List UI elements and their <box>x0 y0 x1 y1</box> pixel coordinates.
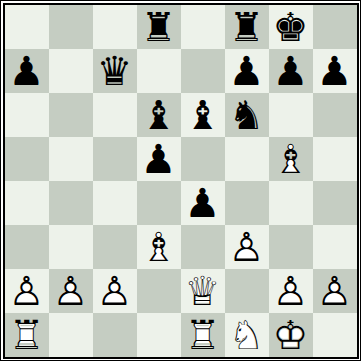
square-f8[interactable]: ♜ <box>225 5 269 49</box>
square-c4[interactable] <box>93 181 137 225</box>
square-c8[interactable] <box>93 5 137 49</box>
square-f5[interactable] <box>225 137 269 181</box>
piece-white-knight-f1[interactable]: ♞♘ <box>225 313 269 357</box>
square-b3[interactable] <box>49 225 93 269</box>
square-h5[interactable] <box>313 137 357 181</box>
piece-black-rook-d8[interactable]: ♜ <box>137 5 181 49</box>
white-pawn-glyph: ♙ <box>269 269 313 313</box>
piece-black-knight-f6[interactable]: ♞ <box>225 93 269 137</box>
white-bishop-glyph: ♗ <box>137 225 181 269</box>
square-c1[interactable] <box>93 313 137 357</box>
piece-white-rook-e1[interactable]: ♜♖ <box>181 313 225 357</box>
square-c5[interactable] <box>93 137 137 181</box>
square-c6[interactable] <box>93 93 137 137</box>
black-bishop-glyph: ♝ <box>137 93 181 137</box>
piece-black-pawn-h7[interactable]: ♟ <box>313 49 357 93</box>
black-bishop-glyph: ♝ <box>181 93 225 137</box>
square-d1[interactable] <box>137 313 181 357</box>
piece-white-pawn-h2[interactable]: ♟♙ <box>313 269 357 313</box>
black-pawn-glyph: ♟ <box>269 49 313 93</box>
square-b8[interactable] <box>49 5 93 49</box>
white-rook-glyph: ♖ <box>181 313 225 357</box>
square-h7[interactable]: ♟ <box>313 49 357 93</box>
black-rook-glyph: ♜ <box>225 5 269 49</box>
chessboard-frame: ♜♜♚♟♛♟♟♟♝♝♞♟♝♗♟♝♗♟♙♟♙♟♙♟♙♛♕♟♙♟♙♜♖♜♖♞♘♚♔ <box>3 3 359 359</box>
square-a1[interactable]: ♜♖ <box>5 313 49 357</box>
square-f1[interactable]: ♞♘ <box>225 313 269 357</box>
square-d5[interactable]: ♟ <box>137 137 181 181</box>
piece-white-pawn-f3[interactable]: ♟♙ <box>225 225 269 269</box>
square-b4[interactable] <box>49 181 93 225</box>
piece-black-queen-c7[interactable]: ♛ <box>93 49 137 93</box>
white-pawn-glyph: ♙ <box>49 269 93 313</box>
piece-black-pawn-a7[interactable]: ♟ <box>5 49 49 93</box>
square-g3[interactable] <box>269 225 313 269</box>
black-king-glyph: ♚ <box>269 5 313 49</box>
square-b2[interactable]: ♟♙ <box>49 269 93 313</box>
square-d2[interactable] <box>137 269 181 313</box>
square-d3[interactable]: ♝♗ <box>137 225 181 269</box>
piece-black-pawn-f7[interactable]: ♟ <box>225 49 269 93</box>
square-g2[interactable]: ♟♙ <box>269 269 313 313</box>
square-a3[interactable] <box>5 225 49 269</box>
white-pawn-glyph: ♙ <box>5 269 49 313</box>
chessboard: ♜♜♚♟♛♟♟♟♝♝♞♟♝♗♟♝♗♟♙♟♙♟♙♟♙♛♕♟♙♟♙♜♖♜♖♞♘♚♔ <box>5 5 357 357</box>
square-e6[interactable]: ♝ <box>181 93 225 137</box>
square-h4[interactable] <box>313 181 357 225</box>
piece-black-bishop-d6[interactable]: ♝ <box>137 93 181 137</box>
piece-white-pawn-b2[interactable]: ♟♙ <box>49 269 93 313</box>
piece-black-pawn-e4[interactable]: ♟ <box>181 181 225 225</box>
square-d6[interactable]: ♝ <box>137 93 181 137</box>
square-f3[interactable]: ♟♙ <box>225 225 269 269</box>
piece-white-pawn-a2[interactable]: ♟♙ <box>5 269 49 313</box>
square-g6[interactable] <box>269 93 313 137</box>
square-e8[interactable] <box>181 5 225 49</box>
black-pawn-glyph: ♟ <box>225 49 269 93</box>
square-c7[interactable]: ♛ <box>93 49 137 93</box>
square-b7[interactable] <box>49 49 93 93</box>
square-e2[interactable]: ♛♕ <box>181 269 225 313</box>
piece-white-bishop-d3[interactable]: ♝♗ <box>137 225 181 269</box>
piece-black-pawn-g7[interactable]: ♟ <box>269 49 313 93</box>
square-a5[interactable] <box>5 137 49 181</box>
square-a2[interactable]: ♟♙ <box>5 269 49 313</box>
piece-white-bishop-g5[interactable]: ♝♗ <box>269 137 313 181</box>
square-h1[interactable] <box>313 313 357 357</box>
square-d4[interactable] <box>137 181 181 225</box>
piece-white-pawn-g2[interactable]: ♟♙ <box>269 269 313 313</box>
square-b5[interactable] <box>49 137 93 181</box>
white-queen-glyph: ♕ <box>181 269 225 313</box>
square-c3[interactable] <box>93 225 137 269</box>
square-h2[interactable]: ♟♙ <box>313 269 357 313</box>
square-e3[interactable] <box>181 225 225 269</box>
square-g5[interactable]: ♝♗ <box>269 137 313 181</box>
square-h3[interactable] <box>313 225 357 269</box>
black-rook-glyph: ♜ <box>137 5 181 49</box>
square-e4[interactable]: ♟ <box>181 181 225 225</box>
white-rook-glyph: ♖ <box>5 313 49 357</box>
square-b1[interactable] <box>49 313 93 357</box>
piece-white-queen-e2[interactable]: ♛♕ <box>181 269 225 313</box>
black-knight-glyph: ♞ <box>225 93 269 137</box>
piece-white-pawn-c2[interactable]: ♟♙ <box>93 269 137 313</box>
square-f6[interactable]: ♞ <box>225 93 269 137</box>
square-e7[interactable] <box>181 49 225 93</box>
piece-white-king-g1[interactable]: ♚♔ <box>269 313 313 357</box>
square-h6[interactable] <box>313 93 357 137</box>
chess-diagram: ♜♜♚♟♛♟♟♟♝♝♞♟♝♗♟♝♗♟♙♟♙♟♙♟♙♛♕♟♙♟♙♜♖♜♖♞♘♚♔ <box>0 0 361 361</box>
black-queen-glyph: ♛ <box>93 49 137 93</box>
white-king-glyph: ♔ <box>269 313 313 357</box>
square-g8[interactable]: ♚ <box>269 5 313 49</box>
white-pawn-glyph: ♙ <box>313 269 357 313</box>
square-b6[interactable] <box>49 93 93 137</box>
square-a8[interactable] <box>5 5 49 49</box>
piece-black-rook-f8[interactable]: ♜ <box>225 5 269 49</box>
square-a6[interactable] <box>5 93 49 137</box>
black-pawn-glyph: ♟ <box>137 137 181 181</box>
square-g7[interactable]: ♟ <box>269 49 313 93</box>
square-c2[interactable]: ♟♙ <box>93 269 137 313</box>
white-pawn-glyph: ♙ <box>93 269 137 313</box>
black-pawn-glyph: ♟ <box>313 49 357 93</box>
black-pawn-glyph: ♟ <box>5 49 49 93</box>
square-a4[interactable] <box>5 181 49 225</box>
square-e5[interactable] <box>181 137 225 181</box>
square-a7[interactable]: ♟ <box>5 49 49 93</box>
square-e1[interactable]: ♜♖ <box>181 313 225 357</box>
square-f4[interactable] <box>225 181 269 225</box>
piece-black-pawn-d5[interactable]: ♟ <box>137 137 181 181</box>
square-d7[interactable] <box>137 49 181 93</box>
square-f2[interactable] <box>225 269 269 313</box>
piece-white-rook-a1[interactable]: ♜♖ <box>5 313 49 357</box>
square-f7[interactable]: ♟ <box>225 49 269 93</box>
piece-black-bishop-e6[interactable]: ♝ <box>181 93 225 137</box>
square-d8[interactable]: ♜ <box>137 5 181 49</box>
piece-black-king-g8[interactable]: ♚ <box>269 5 313 49</box>
white-knight-glyph: ♘ <box>225 313 269 357</box>
black-pawn-glyph: ♟ <box>181 181 225 225</box>
white-bishop-glyph: ♗ <box>269 137 313 181</box>
square-g4[interactable] <box>269 181 313 225</box>
square-g1[interactable]: ♚♔ <box>269 313 313 357</box>
square-h8[interactable] <box>313 5 357 49</box>
white-pawn-glyph: ♙ <box>225 225 269 269</box>
